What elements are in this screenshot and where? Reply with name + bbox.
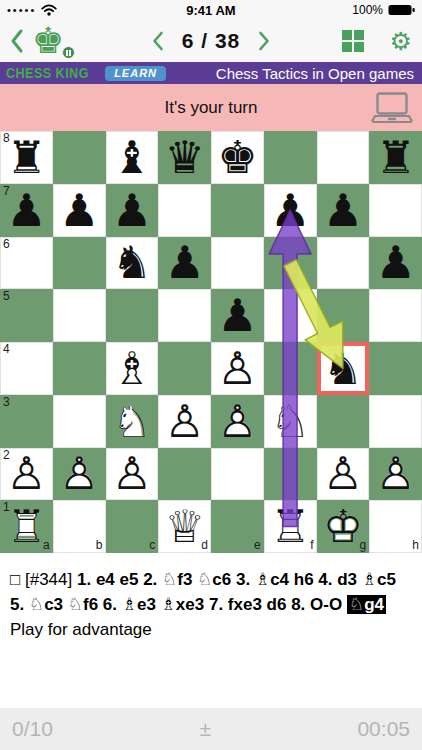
learn-badge: LEARN	[105, 66, 166, 81]
square-e8[interactable]: ♚	[211, 131, 264, 184]
position-counter: 6 / 38	[182, 29, 241, 53]
piece-white-pawn: ♙	[211, 395, 264, 448]
settings-gear-icon[interactable]: ⚙	[390, 29, 412, 54]
square-e5[interactable]: ♟	[211, 289, 264, 342]
piece-black-pawn: ♟	[211, 289, 264, 342]
rank-label: 1	[3, 501, 10, 514]
board-grid: 8♜♝♛♚♜7♟♟♟♟♟6♞♟♟5♟4♝♗♟♙♞3♞♘♟♙♟♙♞♘2♟♙♟♙♟♙…	[0, 131, 422, 553]
square-e7[interactable]	[211, 184, 264, 237]
square-g3[interactable]	[317, 395, 370, 448]
square-f3[interactable]: ♞♘	[264, 395, 317, 448]
square-b7[interactable]: ♟	[53, 184, 106, 237]
square-c8[interactable]: ♝	[106, 131, 159, 184]
square-c3[interactable]: ♞♘	[106, 395, 159, 448]
rank-label: 8	[3, 132, 10, 145]
signal-strength-icon: •••••	[7, 5, 36, 16]
square-d2[interactable]	[158, 448, 211, 501]
move-list-area[interactable]: □ [#344] 1. e4 e5 2. ♘f3 ♘c6 3. ♗c4 h6 4…	[0, 553, 422, 708]
square-f8[interactable]	[264, 131, 317, 184]
square-d1[interactable]: d♛♕	[158, 500, 211, 553]
square-b6[interactable]	[53, 237, 106, 290]
file-label: g	[360, 539, 367, 552]
square-g2[interactable]: ♟♙	[317, 448, 370, 501]
square-d8[interactable]: ♛	[158, 131, 211, 184]
battery-icon	[388, 4, 415, 16]
piece-white-pawn: ♙	[106, 448, 159, 501]
square-a6[interactable]: 6	[0, 237, 53, 290]
square-b1[interactable]: b	[53, 500, 106, 553]
piece-white-rook-fill: ♜	[264, 500, 317, 553]
prev-position-button[interactable]	[152, 30, 164, 52]
hint-text: Play for advantage	[10, 617, 412, 642]
chess-board: 8♜♝♛♚♜7♟♟♟♟♟6♞♟♟5♟4♝♗♟♙♞3♞♘♟♙♟♙♞♘2♟♙♟♙♟♙…	[0, 131, 422, 553]
piece-black-pawn: ♟	[53, 184, 106, 237]
square-h1[interactable]: h	[369, 500, 422, 553]
square-g5[interactable]	[317, 289, 370, 342]
square-d4[interactable]	[158, 342, 211, 395]
piece-white-bishop-fill: ♝	[106, 342, 159, 395]
square-h8[interactable]: ♜	[369, 131, 422, 184]
piece-white-pawn: ♙	[317, 448, 370, 501]
square-a1[interactable]: 1a♜♖	[0, 500, 53, 553]
piece-white-pawn: ♙	[53, 448, 106, 501]
square-g8[interactable]	[317, 131, 370, 184]
rank-label: 4	[3, 343, 10, 356]
square-a2[interactable]: 2♟♙	[0, 448, 53, 501]
file-label: b	[96, 539, 103, 552]
square-e6[interactable]	[211, 237, 264, 290]
bottom-bar: 0/10 ± 00:05	[0, 708, 422, 750]
turn-message-bar: It's your turn	[0, 84, 422, 131]
square-d5[interactable]	[158, 289, 211, 342]
eval-button[interactable]: ±	[199, 717, 211, 741]
piece-white-pawn-fill: ♟	[211, 395, 264, 448]
square-d3[interactable]: ♟♙	[158, 395, 211, 448]
piece-white-pawn-fill: ♟	[106, 448, 159, 501]
grid-view-icon[interactable]	[342, 30, 364, 52]
square-d6[interactable]: ♟	[158, 237, 211, 290]
file-label: a	[43, 539, 50, 552]
score-display: 0/10	[12, 717, 53, 741]
piece-black-pawn: ♟	[158, 237, 211, 290]
square-c7[interactable]: ♟	[106, 184, 159, 237]
square-h2[interactable]: ♟♙	[369, 448, 422, 501]
square-f5[interactable]	[264, 289, 317, 342]
piece-black-pawn: ♟	[369, 237, 422, 290]
piece-white-knight-fill: ♞	[264, 395, 317, 448]
rank-label: 5	[3, 290, 10, 303]
square-f4[interactable]	[264, 342, 317, 395]
square-e2[interactable]	[211, 448, 264, 501]
piece-black-king: ♚	[211, 131, 264, 184]
nav-bar: ♚ 6 / 38 ⚙	[0, 20, 422, 62]
square-d7[interactable]	[158, 184, 211, 237]
square-a4[interactable]: 4	[0, 342, 53, 395]
piece-white-pawn: ♙	[211, 342, 264, 395]
piece-black-knight: ♞	[106, 237, 159, 290]
square-h6[interactable]: ♟	[369, 237, 422, 290]
file-label: c	[149, 539, 155, 552]
rank-label: 7	[3, 185, 10, 198]
file-label: d	[201, 539, 208, 552]
square-c1[interactable]: c	[106, 500, 159, 553]
wifi-icon	[41, 4, 57, 16]
piece-white-pawn: ♙	[158, 395, 211, 448]
timer-display: 00:05	[357, 717, 410, 741]
move-list: □ [#344] 1. e4 e5 2. ♘f3 ♘c6 3. ♗c4 h6 4…	[10, 567, 412, 617]
course-title: Chess Tactics in Open games	[216, 65, 414, 82]
square-g7[interactable]: ♟	[317, 184, 370, 237]
square-f1[interactable]: f♜♖	[264, 500, 317, 553]
square-b3[interactable]	[53, 395, 106, 448]
piece-white-pawn: ♙	[369, 448, 422, 501]
piece-white-pawn-fill: ♟	[53, 448, 106, 501]
piece-white-knight: ♘	[264, 395, 317, 448]
last-move-highlight-frame	[317, 342, 370, 395]
file-label: e	[254, 539, 261, 552]
square-e1[interactable]: e	[211, 500, 264, 553]
square-a3[interactable]: 3	[0, 395, 53, 448]
file-label: h	[412, 539, 419, 552]
battery-percent: 100%	[352, 3, 383, 17]
move-text-segment: □ [#344]	[10, 570, 77, 589]
square-f2[interactable]	[264, 448, 317, 501]
square-b5[interactable]	[53, 289, 106, 342]
square-c6[interactable]: ♞	[106, 237, 159, 290]
square-c5[interactable]	[106, 289, 159, 342]
square-g4[interactable]: ♞	[317, 342, 370, 395]
piece-white-pawn-fill: ♟	[211, 342, 264, 395]
piece-white-rook: ♖	[264, 500, 317, 553]
square-h7[interactable]	[369, 184, 422, 237]
piece-black-pawn: ♟	[317, 184, 370, 237]
piece-white-bishop: ♗	[106, 342, 159, 395]
piece-black-knight: ♞	[317, 342, 370, 395]
next-position-button[interactable]	[258, 30, 270, 52]
square-b8[interactable]	[53, 131, 106, 184]
square-b4[interactable]	[53, 342, 106, 395]
piece-black-rook: ♜	[369, 131, 422, 184]
rank-label: 6	[3, 238, 10, 251]
piece-white-pawn-fill: ♟	[317, 448, 370, 501]
piece-white-knight: ♘	[106, 395, 159, 448]
piece-white-knight-fill: ♞	[106, 395, 159, 448]
piece-white-pawn-fill: ♟	[158, 395, 211, 448]
square-h4[interactable]	[369, 342, 422, 395]
square-g1[interactable]: g♚♔	[317, 500, 370, 553]
brand-name: CHESS KING	[6, 65, 89, 81]
brand-bar: CHESS KING LEARN Chess Tactics in Open g…	[0, 62, 422, 84]
square-h5[interactable]	[369, 289, 422, 342]
square-f6[interactable]	[264, 237, 317, 290]
piece-black-pawn: ♟	[106, 184, 159, 237]
rank-label: 2	[3, 449, 10, 462]
square-a7[interactable]: 7♟	[0, 184, 53, 237]
square-h3[interactable]	[369, 395, 422, 448]
piece-black-queen: ♛	[158, 131, 211, 184]
piece-black-pawn: ♟	[264, 184, 317, 237]
rank-label: 3	[3, 396, 10, 409]
square-f7[interactable]: ♟	[264, 184, 317, 237]
square-e3[interactable]: ♟♙	[211, 395, 264, 448]
square-b2[interactable]: ♟♙	[53, 448, 106, 501]
square-e4[interactable]: ♟♙	[211, 342, 264, 395]
turn-message: It's your turn	[164, 98, 257, 118]
square-a8[interactable]: 8♜	[0, 131, 53, 184]
square-a5[interactable]: 5	[0, 289, 53, 342]
square-g6[interactable]	[317, 237, 370, 290]
square-c2[interactable]: ♟♙	[106, 448, 159, 501]
file-label: f	[310, 539, 313, 552]
last-move-text: ♘g4	[347, 595, 386, 614]
status-bar: ••••• 9:41 AM 100%	[0, 0, 422, 20]
computer-laptop-icon[interactable]	[371, 92, 413, 124]
square-c4[interactable]: ♝♗	[106, 342, 159, 395]
piece-white-pawn-fill: ♟	[369, 448, 422, 501]
piece-black-bishop: ♝	[106, 131, 159, 184]
